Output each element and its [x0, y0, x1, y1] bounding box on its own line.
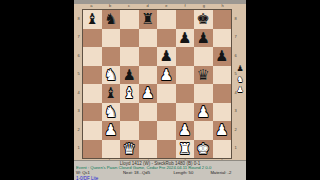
black-pawn-piece: ♟ — [178, 29, 191, 47]
rank-label-8: 8 — [76, 9, 81, 28]
file-label-a: a — [82, 4, 101, 8]
square-d7 — [139, 29, 158, 48]
square-e6: ♟ — [157, 47, 176, 66]
file-label-c: c — [120, 4, 139, 8]
square-a3 — [83, 103, 102, 122]
square-g8: ♚ — [194, 10, 213, 29]
rank-label-2: 2 — [76, 120, 81, 139]
white-rook-piece: ♜ — [178, 140, 191, 158]
black-rook-piece: ♜ — [141, 10, 154, 28]
square-d6 — [139, 47, 158, 66]
rank-label-1: 1 — [76, 139, 81, 158]
square-c2 — [120, 121, 139, 140]
material-text: Material: -2 — [210, 171, 244, 176]
square-e4 — [157, 84, 176, 103]
square-b1 — [102, 140, 121, 159]
square-e5: ♟ — [157, 66, 176, 85]
square-f8 — [176, 10, 195, 29]
square-e7 — [157, 29, 176, 48]
square-c1: ♛ — [120, 140, 139, 159]
rank-label-3: 3 — [76, 102, 81, 121]
black-knight-piece: ♞ — [104, 10, 117, 28]
square-a7 — [83, 29, 102, 48]
white-king-piece: ♚ — [197, 140, 210, 158]
info-panel: Lloyd 1412 (W) - SteckRob 1480 (B) 0-1 E… — [74, 160, 246, 180]
stats-line: W: Qc1 Next: 18...Qd5 Length: 50 Materia… — [76, 171, 244, 176]
square-a8: ♝ — [83, 10, 102, 29]
square-d1 — [139, 140, 158, 159]
square-e8 — [157, 10, 176, 29]
square-c8 — [120, 10, 139, 29]
app-watermark: 1-0/DF Lite — [76, 176, 98, 180]
square-d8: ♜ — [139, 10, 158, 29]
square-b7 — [102, 29, 121, 48]
white-knight-piece: ♞ — [104, 66, 117, 84]
square-e2 — [157, 121, 176, 140]
square-g4 — [194, 84, 213, 103]
game-length-text: Length: 50 — [173, 171, 210, 176]
white-bishop-piece: ♝ — [123, 84, 136, 102]
white-pawn-piece: ♟ — [104, 121, 117, 139]
square-f7: ♟ — [176, 29, 195, 48]
rank-label-2: 2 — [233, 120, 238, 139]
square-c4: ♝ — [120, 84, 139, 103]
square-b6 — [102, 47, 121, 66]
square-d2 — [139, 121, 158, 140]
black-queen-piece: ♛ — [197, 66, 210, 84]
white-pawn-icon: ♟ — [236, 85, 243, 96]
square-h8 — [213, 10, 232, 29]
square-d4: ♟ — [139, 84, 158, 103]
last-move-text: W: Qc1 — [76, 171, 123, 176]
rank-label-4: 4 — [76, 83, 81, 102]
square-e3 — [157, 103, 176, 122]
white-queen-piece: ♛ — [123, 140, 136, 158]
square-c5: ♟ — [120, 66, 139, 85]
square-c7 — [120, 29, 139, 48]
rank-label-6: 6 — [233, 46, 238, 65]
black-pawn-piece: ♟ — [123, 66, 136, 84]
rank-label-1: 1 — [233, 139, 238, 158]
rank-label-8: 8 — [233, 9, 238, 28]
square-g6 — [194, 47, 213, 66]
square-g1: ♚ — [194, 140, 213, 159]
square-f5 — [176, 66, 195, 85]
white-knight-icon: ♞ — [236, 75, 243, 86]
square-f3 — [176, 103, 195, 122]
square-h6: ♟ — [213, 47, 232, 66]
square-h7 — [213, 29, 232, 48]
captured-pieces-tray: ♟♞♟ — [234, 64, 246, 96]
square-a6 — [83, 47, 102, 66]
file-label-h: h — [213, 4, 232, 8]
square-c3 — [120, 103, 139, 122]
black-bishop-piece: ♝ — [86, 10, 99, 28]
square-h3 — [213, 103, 232, 122]
square-g3: ♟ — [194, 103, 213, 122]
white-pawn-piece: ♟ — [141, 84, 154, 102]
black-king-piece: ♚ — [197, 10, 210, 28]
square-d5 — [139, 66, 158, 85]
white-pawn-piece: ♟ — [160, 66, 173, 84]
square-f6 — [176, 47, 195, 66]
white-pawn-piece: ♟ — [178, 121, 191, 139]
rank-label-3: 3 — [233, 102, 238, 121]
square-f4 — [176, 84, 195, 103]
square-b5: ♞ — [102, 66, 121, 85]
square-h2: ♟ — [213, 121, 232, 140]
square-g7: ♟ — [194, 29, 213, 48]
file-label-g: g — [195, 4, 214, 8]
file-label-b: b — [101, 4, 120, 8]
next-move-text: Next: 18...Qd5 — [123, 171, 173, 176]
file-label-f: f — [176, 4, 195, 8]
square-b3: ♞ — [102, 103, 121, 122]
square-h5 — [213, 66, 232, 85]
video-frame-content: abcdefgh abcdefgh 87654321 87654321 ♝♞♜♚… — [74, 0, 246, 180]
black-bishop-piece: ♝ — [104, 84, 117, 102]
square-g5: ♛ — [194, 66, 213, 85]
square-h4 — [213, 84, 232, 103]
file-label-d: d — [138, 4, 157, 8]
file-labels-top: abcdefgh — [82, 4, 232, 8]
square-e1 — [157, 140, 176, 159]
white-pawn-piece: ♟ — [215, 121, 228, 139]
white-pawn-piece: ♟ — [197, 103, 210, 121]
square-f2: ♟ — [176, 121, 195, 140]
white-knight-piece: ♞ — [104, 103, 117, 121]
black-pawn-piece: ♟ — [160, 47, 173, 65]
square-b2: ♟ — [102, 121, 121, 140]
rank-label-6: 6 — [76, 46, 81, 65]
square-b4: ♝ — [102, 84, 121, 103]
square-a1 — [83, 140, 102, 159]
black-pawn-icon: ♟ — [236, 64, 243, 75]
square-d3 — [139, 103, 158, 122]
file-label-e: e — [157, 4, 176, 8]
square-b8: ♞ — [102, 10, 121, 29]
square-g2 — [194, 121, 213, 140]
black-pawn-piece: ♟ — [197, 29, 210, 47]
square-a5 — [83, 66, 102, 85]
chess-board: ♝♞♜♚♟♟♟♟♞♟♟♛♝♝♟♞♟♟♟♟♛♜♚ — [82, 9, 232, 159]
square-h1 — [213, 140, 232, 159]
rank-label-7: 7 — [76, 28, 81, 47]
square-c6 — [120, 47, 139, 66]
rank-label-7: 7 — [233, 28, 238, 47]
rank-labels-left: 87654321 — [76, 9, 81, 157]
square-a4 — [83, 84, 102, 103]
black-pawn-piece: ♟ — [215, 47, 228, 65]
rank-label-5: 5 — [76, 65, 81, 84]
square-f1: ♜ — [176, 140, 195, 159]
square-a2 — [83, 121, 102, 140]
board-area: abcdefgh abcdefgh 87654321 87654321 ♝♞♜♚… — [74, 4, 246, 160]
